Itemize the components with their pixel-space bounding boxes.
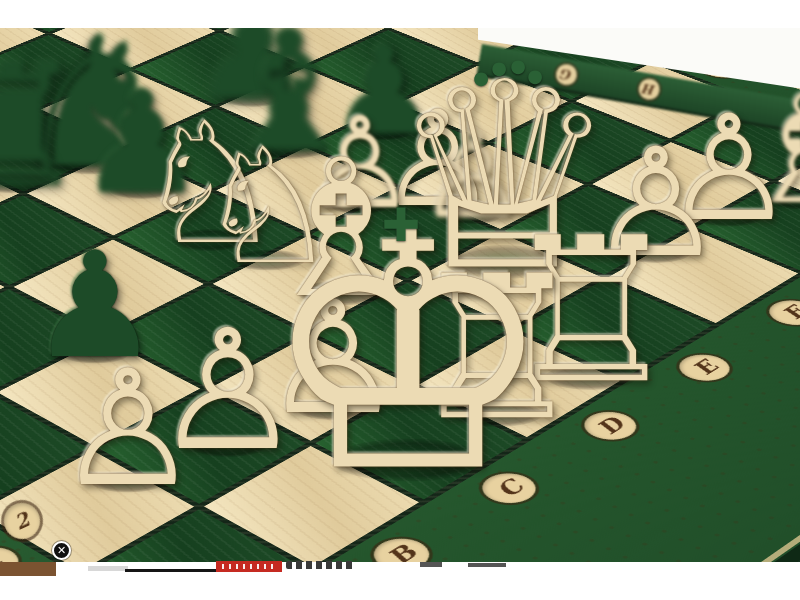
file-label-d: D (574, 406, 647, 445)
ad-text-fragment-2 (420, 562, 442, 567)
far-border-label-g: G (554, 62, 578, 86)
ad-gray-line (88, 566, 128, 571)
top-white-band (0, 0, 800, 28)
ad-black-line (125, 569, 217, 572)
far-border-label-h: H (637, 77, 661, 101)
ad-text-fragment-3 (468, 563, 506, 567)
file-label-b: B (362, 532, 440, 562)
close-icon[interactable]: ✕ (52, 541, 71, 560)
file-label-f: F (759, 296, 800, 331)
ad-red-badge[interactable] (216, 561, 282, 572)
product-photo[interactable]: ABCDEFGH ABCDEFGH 87654321 87654321 GH 2… (0, 28, 800, 562)
ad-text-fragment-1 (286, 561, 356, 569)
file-label-e: E (669, 349, 739, 386)
page: ABCDEFGH ABCDEFGH 87654321 87654321 GH 2… (0, 0, 800, 600)
ad-banner-fragment (0, 562, 56, 576)
file-label-c: C (472, 467, 547, 509)
rank-2-label: 2 (0, 497, 46, 545)
